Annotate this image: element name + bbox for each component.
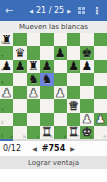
square-a1[interactable]: 1a: [0, 126, 13, 139]
square-a5[interactable]: 5: [0, 73, 13, 86]
puzzle-pager: ◀ 21 / 25 ▶: [29, 6, 71, 15]
black-pawn[interactable]: ♟: [41, 60, 52, 72]
prev-arrow-icon[interactable]: ◀: [29, 8, 33, 14]
square-c3[interactable]: [27, 99, 40, 112]
file-label: e: [63, 135, 65, 139]
square-a8[interactable]: 8♜: [0, 33, 13, 46]
grid-icon-dot: [82, 11, 85, 14]
square-d5[interactable]: ♞: [40, 73, 53, 86]
stats-bar: 0/12 ◀ #754 ▶: [0, 141, 107, 156]
square-f4[interactable]: [67, 86, 80, 99]
square-c5[interactable]: ♞: [27, 73, 40, 86]
square-g6[interactable]: ♟: [80, 60, 93, 73]
white-pawn[interactable]: ♟: [82, 113, 93, 125]
square-e2[interactable]: [54, 113, 67, 126]
rank-label: 2: [1, 121, 4, 125]
white-pawn[interactable]: ♟: [28, 87, 39, 99]
goal-label: Lograr ventaja: [28, 159, 79, 167]
file-label: d: [50, 135, 53, 139]
overflow-menu-icon[interactable]: ⋮: [92, 6, 102, 16]
square-h7[interactable]: [94, 46, 107, 59]
square-b4[interactable]: [13, 86, 26, 99]
square-b8[interactable]: [13, 33, 26, 46]
file-label: g: [90, 135, 93, 139]
back-icon[interactable]: ←: [5, 6, 13, 16]
puzzle-number: #754: [42, 144, 65, 153]
square-b2[interactable]: [13, 113, 26, 126]
black-pawn[interactable]: ♟: [55, 47, 66, 59]
rank-label: 7: [1, 55, 4, 59]
turn-indicator-label: Mueven las blancas: [19, 23, 88, 31]
score-label: 0/12: [3, 144, 21, 153]
puzzle-number-nav: ◀ #754 ▶: [32, 144, 75, 153]
square-b7[interactable]: ♛: [13, 46, 26, 59]
square-a2[interactable]: 2: [0, 113, 13, 126]
square-a4[interactable]: 4♟: [0, 86, 13, 99]
square-g4[interactable]: [80, 86, 93, 99]
black-pawn[interactable]: ♟: [68, 60, 79, 72]
square-e5[interactable]: [54, 73, 67, 86]
square-g8[interactable]: [80, 33, 93, 46]
square-d3[interactable]: [40, 99, 53, 112]
square-c6[interactable]: ♜: [27, 60, 40, 73]
grid-icon-dot: [78, 11, 81, 14]
grid-icon[interactable]: [78, 7, 85, 14]
black-queen[interactable]: ♛: [15, 47, 26, 59]
square-d2[interactable]: [40, 113, 53, 126]
file-label: h: [103, 135, 106, 139]
file-label: c: [37, 135, 39, 139]
square-d6[interactable]: ♟: [40, 60, 53, 73]
app-bar: ← ◀ 21 / 25 ▶ ⋮: [0, 0, 107, 21]
square-b3[interactable]: [13, 99, 26, 112]
white-queen[interactable]: ♛: [68, 100, 79, 112]
square-g5[interactable]: [80, 73, 93, 86]
square-f8[interactable]: [67, 33, 80, 46]
puzzle-counter: 21 / 25: [36, 6, 64, 15]
square-f1[interactable]: f♜: [67, 126, 80, 139]
square-c1[interactable]: c: [27, 126, 40, 139]
square-b6[interactable]: ♟: [13, 60, 26, 73]
square-h6[interactable]: [94, 60, 107, 73]
square-b5[interactable]: [13, 73, 26, 86]
square-g7[interactable]: ♚: [80, 46, 93, 59]
rank-label: 8: [1, 41, 4, 45]
square-f5[interactable]: [67, 73, 80, 86]
app-screen: ← ◀ 21 / 25 ▶ ⋮ Mueven las blancas 8♜7♛♟…: [0, 0, 107, 182]
square-g1[interactable]: g♚: [80, 126, 93, 139]
grid-icon-dot: [82, 7, 85, 10]
square-h2[interactable]: ♟: [94, 113, 107, 126]
square-a6[interactable]: 6♟: [0, 60, 13, 73]
square-f7[interactable]: [67, 46, 80, 59]
white-pawn[interactable]: ♟: [55, 87, 66, 99]
prev-puzzle-icon[interactable]: ◀: [32, 145, 37, 152]
grid-icon-dot: [78, 7, 81, 10]
square-h1[interactable]: h: [94, 126, 107, 139]
square-e4[interactable]: ♟: [54, 86, 67, 99]
square-g3[interactable]: [80, 99, 93, 112]
square-e6[interactable]: [54, 60, 67, 73]
goal-bar: Lograr ventaja: [0, 156, 107, 169]
black-rook[interactable]: ♜: [28, 60, 39, 72]
square-d8[interactable]: [40, 33, 53, 46]
file-label: a: [10, 135, 12, 139]
black-knight[interactable]: ♞: [28, 73, 39, 85]
square-c2[interactable]: [27, 113, 40, 126]
black-pawn[interactable]: ♟: [15, 60, 26, 72]
square-e8[interactable]: [54, 33, 67, 46]
square-e3[interactable]: [54, 99, 67, 112]
square-a7[interactable]: 7: [0, 46, 13, 59]
black-king[interactable]: ♚: [82, 47, 93, 59]
black-pawn[interactable]: ♟: [82, 60, 93, 72]
rank-label: 1: [1, 134, 4, 138]
square-d4[interactable]: [40, 86, 53, 99]
next-puzzle-icon[interactable]: ▶: [70, 145, 75, 152]
square-b1[interactable]: b: [13, 126, 26, 139]
black-knight[interactable]: ♞: [41, 73, 52, 85]
square-c7[interactable]: [27, 46, 40, 59]
next-arrow-icon[interactable]: ▶: [67, 8, 71, 14]
file-label: b: [23, 135, 26, 139]
rank-label: 6: [1, 68, 4, 72]
square-f3[interactable]: ♛: [67, 99, 80, 112]
rank-label: 4: [1, 94, 4, 98]
square-d1[interactable]: d♜: [40, 126, 53, 139]
square-h4[interactable]: [94, 86, 107, 99]
square-d7[interactable]: [40, 46, 53, 59]
chess-board: 8♜7♛♟♚6♟♟♜♟♟♟5♞♞4♟♟♟3♛2♟♟1abcd♜ef♜g♚h: [0, 33, 107, 139]
square-a3[interactable]: 3: [0, 99, 13, 112]
square-g2[interactable]: ♟: [80, 113, 93, 126]
square-c8[interactable]: [27, 33, 40, 46]
square-f6[interactable]: ♟: [67, 60, 80, 73]
square-f2[interactable]: [67, 113, 80, 126]
square-h8[interactable]: [94, 33, 107, 46]
square-h3[interactable]: [94, 99, 107, 112]
bottom-spacer: [0, 169, 107, 182]
square-e7[interactable]: ♟: [54, 46, 67, 59]
square-e1[interactable]: e: [54, 126, 67, 139]
square-c4[interactable]: ♟: [27, 86, 40, 99]
turn-indicator: Mueven las blancas: [0, 21, 107, 33]
square-h5[interactable]: [94, 73, 107, 86]
rank-label: 5: [1, 81, 4, 85]
rank-label: 3: [1, 108, 4, 112]
file-label: f: [78, 135, 79, 139]
white-pawn[interactable]: ♟: [95, 113, 106, 125]
